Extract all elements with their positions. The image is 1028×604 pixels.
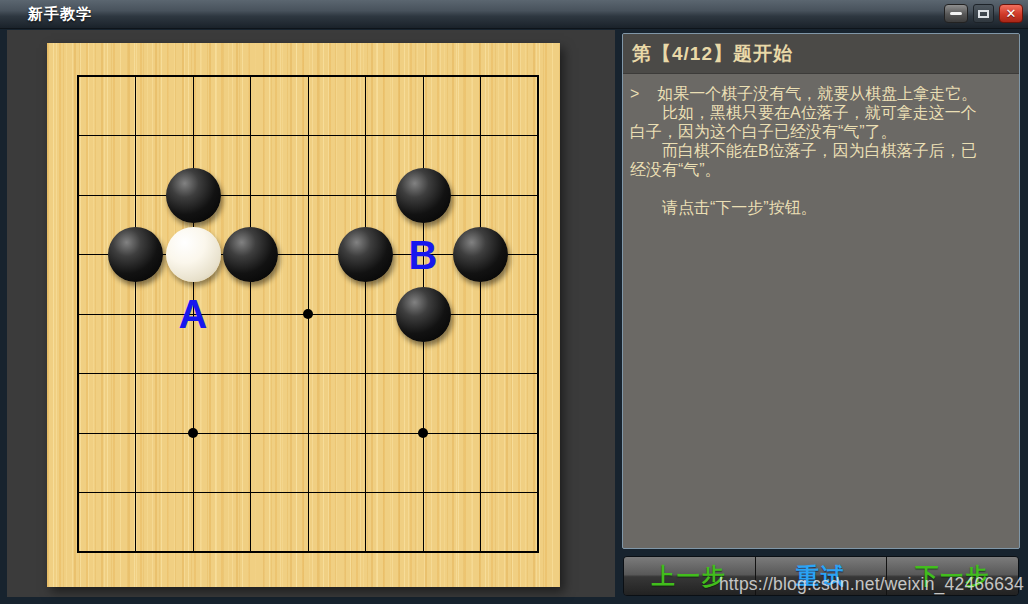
black-stone-glyph <box>338 227 393 282</box>
black-stone <box>222 225 280 285</box>
tutorial-window: 新手教学 ✕ AB 第【4/12】题开始 > 如果一个棋子没有气，就要从棋盘上拿… <box>0 0 1028 604</box>
window-controls: ✕ <box>944 4 1023 23</box>
board-area: AB <box>7 30 615 597</box>
black-stone-glyph <box>223 227 278 282</box>
black-stone <box>394 284 452 344</box>
lesson-line: 白子，因为这个白子已经没有“气”了。 <box>630 122 1015 141</box>
white-stone <box>164 225 222 285</box>
lesson-line: > 如果一个棋子没有气，就要从棋盘上拿走它。 <box>630 84 1015 103</box>
black-stone <box>337 225 395 285</box>
window-title: 新手教学 <box>28 5 92 24</box>
black-stone <box>164 165 222 225</box>
watermark: https://blog.csdn.net/weixin_42466634 <box>719 574 1024 595</box>
maximize-button[interactable] <box>973 4 994 23</box>
black-stone <box>452 225 510 285</box>
lesson-line: 经没有“气”。 <box>630 160 1015 179</box>
point-label-A[interactable]: A <box>164 284 222 344</box>
black-stone <box>107 225 165 285</box>
lesson-panel: 第【4/12】题开始 > 如果一个棋子没有气，就要从棋盘上拿走它。 比如，黑棋只… <box>622 33 1020 549</box>
black-stone-glyph <box>108 227 163 282</box>
lesson-line: 而白棋不能在B位落子，因为白棋落子后，已 <box>630 141 1015 160</box>
lesson-line: 比如，黑棋只要在A位落子，就可拿走这一个 <box>630 103 1015 122</box>
point-label-text: A <box>179 294 208 334</box>
minimize-button[interactable] <box>944 4 968 23</box>
minimize-icon <box>950 12 962 15</box>
black-stone-glyph <box>166 168 221 223</box>
lesson-heading: 第【4/12】题开始 <box>623 34 1019 74</box>
black-stone-glyph <box>396 287 451 342</box>
point-label-B[interactable]: B <box>394 225 452 285</box>
maximize-icon <box>978 10 989 18</box>
lesson-text: > 如果一个棋子没有气，就要从棋盘上拿走它。 比如，黑棋只要在A位落子，就可拿走… <box>623 74 1019 217</box>
black-stone <box>394 165 452 225</box>
title-bar: 新手教学 ✕ <box>0 0 1028 29</box>
close-icon: ✕ <box>1006 7 1017 20</box>
stone-grid: AB <box>49 46 567 582</box>
lesson-line: 请点击“下一步”按钮。 <box>630 198 1015 217</box>
go-board[interactable]: AB <box>47 43 560 587</box>
black-stone-glyph <box>396 168 451 223</box>
close-button[interactable]: ✕ <box>999 4 1023 23</box>
lesson-line <box>630 179 1015 198</box>
black-stone-glyph <box>453 227 508 282</box>
point-label-text: B <box>409 235 438 275</box>
white-stone-glyph <box>166 227 221 282</box>
